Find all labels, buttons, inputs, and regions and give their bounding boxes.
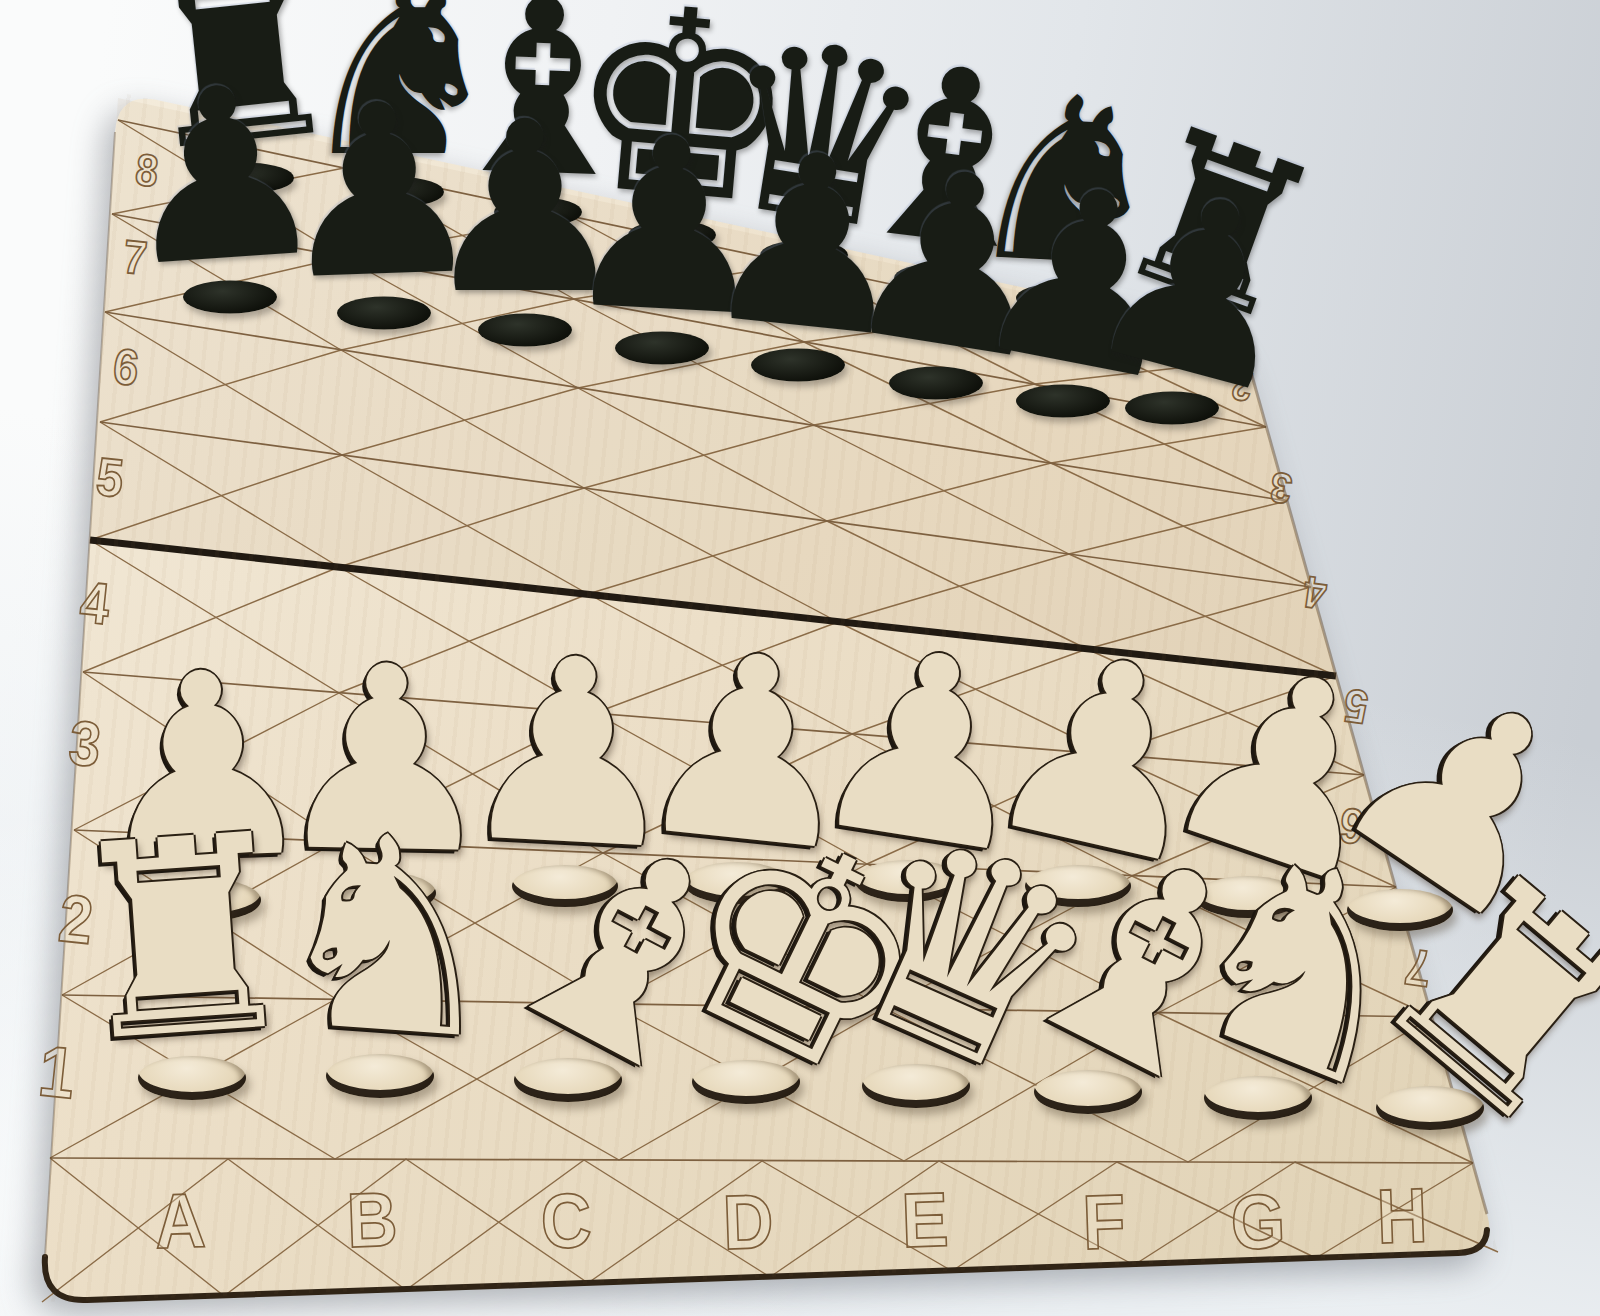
file-label-a: A: [153, 1182, 206, 1261]
file-label-c: C: [539, 1182, 592, 1261]
photo-scene: 8 7 6 5 4 3 2 1 1 2 3 4 5 6 7 8 A B C D …: [0, 0, 1600, 1316]
file-label-b: B: [345, 1181, 398, 1260]
file-label-d: D: [721, 1183, 774, 1262]
rank-label-left-5: 5: [94, 450, 126, 506]
file-label-g: G: [1229, 1183, 1286, 1262]
file-label-e: E: [900, 1181, 949, 1260]
rank-label-left-6: 6: [111, 341, 141, 394]
file-label-h: H: [1375, 1177, 1428, 1256]
file-label-f: F: [1081, 1183, 1126, 1261]
